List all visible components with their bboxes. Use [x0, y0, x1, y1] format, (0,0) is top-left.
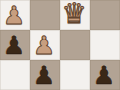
board-square-r1c1-light[interactable]: ♟ [0, 0, 30, 30]
board-square-r1c4-dark[interactable] [90, 0, 120, 30]
board-square-r3c2-dark[interactable]: ♟ [30, 60, 60, 90]
board-square-r1c3-light[interactable]: ♛ [60, 0, 90, 30]
board-square-r2c2-light[interactable]: ♟ [30, 30, 60, 60]
white-pawn-piece[interactable]: ♟ [3, 3, 25, 28]
white-pawn-piece[interactable]: ♟ [33, 33, 55, 58]
board-square-r2c3-dark[interactable] [60, 30, 90, 60]
black-pawn-piece[interactable]: ♟ [93, 63, 115, 88]
board-square-r3c1-light[interactable] [0, 60, 30, 90]
board-square-r2c1-dark[interactable]: ♟ [0, 30, 30, 60]
board-square-r2c4-light[interactable] [90, 30, 120, 60]
white-queen-piece[interactable]: ♛ [61, 0, 86, 28]
black-pawn-piece[interactable]: ♟ [3, 33, 25, 58]
board-square-r3c3-light[interactable] [60, 60, 90, 90]
board-square-r3c4-dark[interactable]: ♟ [90, 60, 120, 90]
chess-board: ♟♛♟♟♟♟ [0, 0, 120, 90]
black-pawn-piece[interactable]: ♟ [33, 63, 55, 88]
board-square-r1c2-dark[interactable] [30, 0, 60, 30]
